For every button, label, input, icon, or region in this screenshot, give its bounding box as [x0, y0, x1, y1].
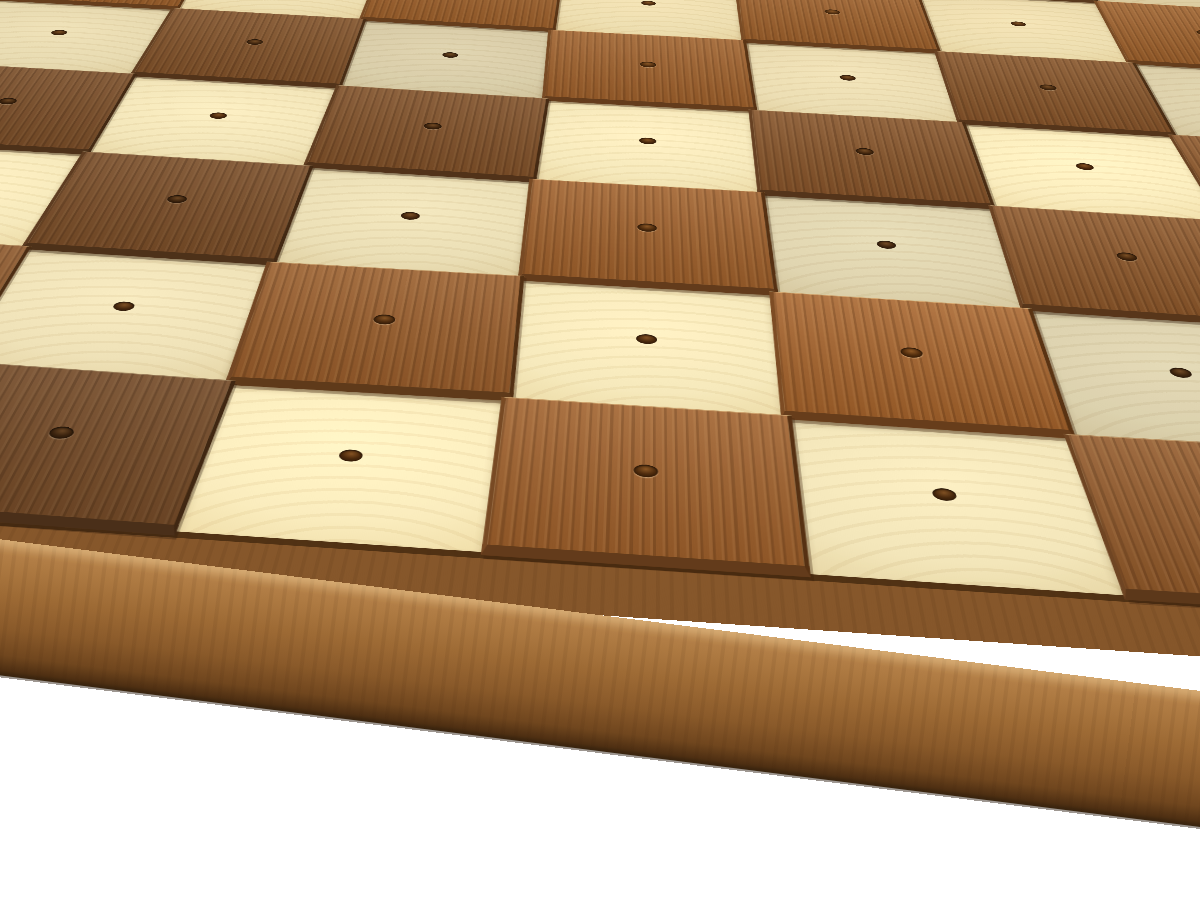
square-e5[interactable] — [542, 30, 758, 112]
peg-hole — [246, 39, 265, 45]
square-d2[interactable] — [225, 262, 525, 402]
product-photo-background — [0, 0, 1200, 900]
peg-hole — [47, 426, 77, 440]
square-e1[interactable] — [481, 397, 811, 578]
peg-hole — [636, 334, 657, 345]
peg-hole — [338, 449, 364, 462]
peg-hole — [855, 148, 874, 156]
peg-hole — [373, 314, 396, 325]
square-f4[interactable] — [748, 109, 996, 209]
peg-hole — [1010, 21, 1027, 27]
peg-hole — [824, 9, 840, 15]
peg-hole — [1115, 252, 1138, 262]
peg-hole — [208, 112, 228, 119]
square-c5[interactable] — [129, 8, 366, 89]
peg-hole — [423, 122, 442, 130]
peg-hole — [442, 52, 459, 58]
peg-hole — [400, 211, 420, 220]
board-grid — [0, 0, 1200, 640]
peg-hole — [876, 240, 897, 249]
square-e2[interactable] — [506, 278, 787, 417]
square-e3[interactable] — [518, 179, 779, 296]
peg-hole — [637, 223, 656, 232]
square-d3[interactable] — [273, 167, 534, 279]
peg-hole — [1168, 367, 1194, 378]
peg-hole — [931, 488, 958, 502]
peg-hole — [639, 137, 656, 144]
peg-hole — [1039, 84, 1058, 91]
peg-hole — [1075, 163, 1095, 171]
peg-hole — [634, 464, 658, 478]
peg-hole — [50, 30, 69, 36]
square-d4[interactable] — [302, 85, 549, 182]
peg-hole — [900, 347, 924, 358]
peg-hole — [640, 61, 656, 67]
peg-hole — [641, 0, 656, 5]
peg-hole — [111, 301, 136, 311]
square-f2[interactable] — [769, 291, 1076, 439]
peg-hole — [0, 97, 19, 104]
square-f3[interactable] — [762, 194, 1027, 310]
peg-hole — [1195, 30, 1200, 36]
peg-hole — [839, 75, 856, 81]
peg-hole — [166, 195, 189, 204]
square-e4[interactable] — [534, 99, 762, 194]
